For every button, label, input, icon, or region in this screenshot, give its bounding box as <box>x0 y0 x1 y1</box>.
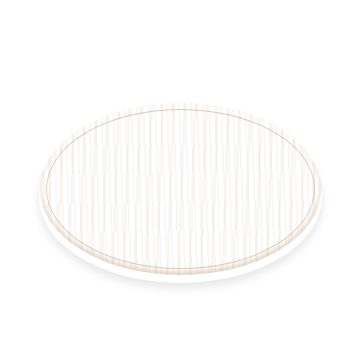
product-photo-stage <box>0 0 360 360</box>
play-field <box>0 0 360 360</box>
